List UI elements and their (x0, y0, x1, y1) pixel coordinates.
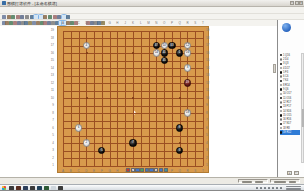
taskbar-app-icon-2[interactable] (23, 186, 28, 191)
coord-label-bottom: E (91, 170, 98, 173)
move-label: 13 P17 (283, 105, 291, 108)
coord-label-right: 10 (206, 97, 213, 100)
stone-R8[interactable]: 18 (184, 109, 191, 116)
coord-label-right: 19 (206, 29, 213, 32)
coord-label-right: 17 (206, 44, 213, 47)
stone-K4[interactable]: 7 (129, 139, 136, 146)
taskbar-app-icon-7[interactable] (58, 186, 63, 191)
coord-label-top: S (192, 22, 199, 25)
close-button[interactable]: × (299, 1, 303, 5)
grid-line (63, 166, 203, 167)
black-stone-icon (280, 80, 282, 82)
move-label: 5 F3 (283, 71, 288, 74)
stone-Q16[interactable]: 1 (176, 49, 183, 56)
stone-R16[interactable]: 16 (184, 49, 191, 56)
move-list-item[interactable]: 19 R12 (280, 130, 300, 134)
coord-label-left: 18 (47, 37, 54, 40)
panel-zoom-out-button[interactable]: − (294, 171, 299, 175)
move-label: 12 R17 (283, 101, 291, 104)
coord-label-top: G (106, 22, 113, 25)
coord-label-top: N (153, 22, 160, 25)
coord-label-top: L (137, 22, 144, 25)
stone-O15[interactable]: 15 (161, 57, 168, 64)
white-stone-icon (280, 84, 282, 86)
move-label: 14 N16 (283, 110, 291, 113)
coord-label-top: A (60, 22, 67, 25)
grid-line (141, 31, 142, 166)
coord-label-right: 4 (206, 142, 213, 145)
coord-label-bottom: G (106, 170, 113, 173)
coord-label-top: H (114, 22, 121, 25)
coord-label-right: 9 (206, 104, 213, 107)
black-stone-icon (280, 97, 282, 99)
stone-N16[interactable]: 14 (153, 49, 160, 56)
coord-label-bottom: M (145, 170, 152, 173)
grid-line (149, 31, 150, 166)
move-label: 3 Q3 (283, 62, 289, 65)
tray-icon-6[interactable] (256, 187, 258, 189)
taskbar (0, 184, 304, 191)
coord-label-left: 6 (47, 127, 54, 130)
coord-label-left: 2 (47, 157, 54, 160)
coord-label-bottom: F (98, 170, 105, 173)
coord-label-top: M (145, 22, 152, 25)
coord-label-left: 1 (47, 164, 54, 167)
coord-label-right: 2 (206, 157, 213, 160)
coord-label-left: 17 (47, 44, 54, 47)
star-point (86, 97, 88, 99)
coord-label-bottom: J (122, 170, 129, 173)
white-stone-icon (280, 118, 282, 120)
white-stone-icon (280, 67, 282, 69)
white-stone-icon (280, 93, 282, 95)
coord-label-bottom: C (75, 170, 82, 173)
coord-label-top: R (184, 22, 191, 25)
status-cell-coord (238, 179, 268, 183)
move-label: 10 O17 (283, 92, 292, 95)
stone-O16[interactable]: 11 (161, 49, 168, 56)
stone-O17[interactable]: 10 (161, 42, 168, 49)
panel-logo-icon[interactable] (282, 23, 291, 32)
board-document: AA1919BB1818CC1717DD1616EE1515FF1414GG13… (0, 26, 277, 177)
coord-label-left: 8 (47, 112, 54, 115)
stone-D17[interactable]: 4 (83, 42, 90, 49)
stone-N17[interactable]: 17 (153, 42, 160, 49)
stone-Q6[interactable]: 9 (176, 124, 183, 131)
coord-label-top: B (67, 22, 74, 25)
coord-label-top: J (122, 22, 129, 25)
coord-label-right: 7 (206, 119, 213, 122)
tray-icon-0[interactable] (280, 187, 282, 189)
coord-label-left: 14 (47, 67, 54, 70)
stone-P17[interactable]: 13 (168, 42, 175, 49)
taskbar-app-icon-1[interactable] (16, 186, 21, 191)
coord-label-top: O (161, 22, 168, 25)
grid-line (203, 31, 204, 166)
coord-label-bottom: D (83, 170, 90, 173)
move-label: 1 Q16 (283, 54, 290, 57)
minimize-button[interactable]: − (290, 1, 294, 5)
coord-label-left: 3 (47, 149, 54, 152)
window-title: 围棋打谱软件 - [未命名棋谱] (7, 1, 57, 6)
coord-label-left: 4 (47, 142, 54, 145)
coord-label-right: 5 (206, 134, 213, 137)
tray-icon-1[interactable] (276, 187, 278, 189)
coord-label-left: 11 (47, 89, 54, 92)
coord-label-top: P (168, 22, 175, 25)
grid-line (63, 136, 203, 137)
black-stone-icon (280, 106, 282, 108)
stone-R12[interactable]: 19 (184, 79, 191, 86)
move-list: 1 Q162 D43 Q34 D175 F36 C67 K48 R149 Q61… (280, 53, 300, 135)
move-label: 6 C6 (283, 75, 288, 78)
move-label: 4 D17 (283, 67, 290, 70)
coord-label-right: 1 (206, 164, 213, 167)
white-stone-icon (280, 75, 282, 77)
coord-label-top: Q (176, 22, 183, 25)
coord-label-left: 13 (47, 74, 54, 77)
coord-label-right: 14 (206, 67, 213, 70)
taskbar-app-icon-0[interactable] (9, 186, 14, 191)
coord-label-left: 5 (47, 134, 54, 137)
app-icon (2, 1, 6, 5)
black-stone-icon (280, 123, 282, 125)
stone-C6[interactable]: 6 (75, 124, 82, 131)
app-window: 围棋打谱软件 - [未命名棋谱] − □ × 文件(F)编辑(E)查看(V)棋谱… (0, 0, 304, 190)
coord-label-top: C (75, 22, 82, 25)
coord-label-bottom: O (161, 170, 168, 173)
coord-label-right: 18 (206, 37, 213, 40)
coord-label-right: 16 (206, 52, 213, 55)
tray-icon-2[interactable] (272, 187, 274, 189)
white-stone-icon (280, 110, 282, 112)
star-point (86, 52, 88, 54)
black-stone-icon (280, 88, 282, 90)
coord-label-left: 9 (47, 104, 54, 107)
coord-label-left: 19 (47, 29, 54, 32)
start-button[interactable] (2, 186, 7, 191)
move-label: 17 N17 (283, 122, 291, 125)
coord-label-top: T (200, 22, 207, 25)
coord-label-right: 8 (206, 112, 213, 115)
coord-label-bottom: S (192, 170, 199, 173)
coord-label-top: D (83, 22, 90, 25)
splitter-handle[interactable] (273, 64, 277, 73)
move-label: 15 O15 (283, 114, 292, 117)
coord-label-bottom: T (200, 170, 207, 173)
coord-label-bottom: A (60, 170, 67, 173)
stone-R14[interactable]: 8 (184, 64, 191, 71)
move-label: 11 O16 (283, 97, 291, 100)
coord-label-left: 12 (47, 82, 54, 85)
move-label: 19 R12 (283, 131, 291, 134)
grid-line (63, 121, 203, 122)
coord-label-right: 13 (206, 74, 213, 77)
coord-label-top: F (98, 22, 105, 25)
move-list-scrollbar[interactable] (301, 53, 304, 163)
move-label: 8 R14 (283, 84, 290, 87)
coord-label-right: 12 (206, 82, 213, 85)
coord-label-bottom: B (67, 170, 74, 173)
move-label: 18 R8 (283, 127, 290, 130)
coord-label-right: 15 (206, 59, 213, 62)
status-cell-move (270, 179, 300, 183)
move-label: 7 K4 (283, 79, 288, 82)
coord-label-right: 11 (206, 89, 213, 92)
coord-label-left: 10 (47, 97, 54, 100)
taskbar-app-icon-6[interactable] (51, 186, 56, 191)
title-bar: 围棋打谱软件 - [未命名棋谱] − □ × (0, 0, 304, 7)
coord-label-top: E (91, 22, 98, 25)
coord-label-top: K (130, 22, 137, 25)
move-label: 16 R16 (283, 118, 291, 121)
coord-label-bottom: L (137, 170, 144, 173)
grid-line (63, 106, 203, 107)
grid-line (63, 158, 203, 159)
panel-zoom-in-button[interactable]: + (287, 171, 292, 175)
tray-icon-4[interactable] (264, 187, 266, 189)
taskbar-clock[interactable] (286, 186, 301, 188)
taskbar-app-icon-3[interactable] (30, 186, 35, 191)
taskbar-date[interactable] (286, 188, 301, 190)
move-label: 2 D4 (283, 58, 288, 61)
black-stone-icon (280, 131, 282, 133)
coord-label-left: 15 (47, 59, 54, 62)
coord-label-left: 7 (47, 119, 54, 122)
black-stone-icon (280, 114, 282, 116)
coord-label-right: 3 (206, 149, 213, 152)
coord-label-bottom: P (168, 170, 175, 173)
white-stone-icon (280, 58, 282, 60)
white-stone-icon (280, 101, 282, 103)
taskbar-app-icon-4[interactable] (37, 186, 42, 191)
black-stone-icon (280, 54, 282, 56)
tray-icon-5[interactable] (260, 187, 262, 189)
stone-D4[interactable]: 2 (83, 139, 90, 146)
grid-line (63, 113, 203, 114)
coord-label-bottom: N (153, 170, 160, 173)
maximize-button[interactable]: □ (295, 1, 299, 5)
taskbar-app-icon-5[interactable] (44, 186, 49, 191)
coord-label-bottom: R (184, 170, 191, 173)
coord-label-bottom: K (130, 170, 137, 173)
coord-label-bottom: Q (176, 170, 183, 173)
white-stone-icon (280, 127, 282, 129)
move-label: 9 Q6 (283, 88, 289, 91)
coord-label-left: 16 (47, 52, 54, 55)
side-panel: 1 Q162 D43 Q34 D175 F36 C67 K48 R149 Q61… (277, 20, 304, 177)
coord-label-bottom: H (114, 170, 121, 173)
grid-line (172, 31, 173, 166)
coord-label-right: 6 (206, 127, 213, 130)
tray-icon-3[interactable] (268, 187, 270, 189)
black-stone-icon (280, 63, 282, 65)
grid-line (195, 31, 196, 166)
black-stone-icon (280, 71, 282, 73)
